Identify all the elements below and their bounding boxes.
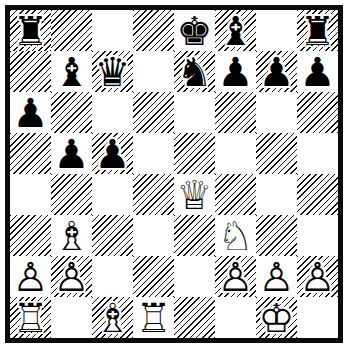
square-a3 (10, 215, 51, 256)
square-e3 (174, 215, 215, 256)
piece-glyph: ♟ (297, 51, 338, 92)
square-c6 (92, 92, 133, 133)
white-bishop-b3: ♝♗ (51, 215, 92, 256)
piece-glyph: ♙ (10, 256, 51, 297)
piece-glyph: ♞ (174, 51, 215, 92)
piece-glyph: ♟ (51, 133, 92, 174)
square-c2 (92, 256, 133, 297)
square-a1: ♜♖ (10, 297, 51, 338)
square-f8: ♝♝ (215, 10, 256, 51)
square-a6: ♟♟ (10, 92, 51, 133)
board-frame: ♜♜♚♚♝♝♜♜♝♝♛♛♞♞♟♟♟♟♟♟♟♟♟♟♟♟♛♕♝♗♞♘♟♙♟♙♟♙♟♙… (5, 5, 343, 343)
square-a7 (10, 51, 51, 92)
black-pawn-g7: ♟♟ (256, 51, 297, 92)
square-d2 (133, 256, 174, 297)
square-c5: ♟♟ (92, 133, 133, 174)
piece-glyph: ♙ (215, 256, 256, 297)
square-e5 (174, 133, 215, 174)
piece-glyph: ♛ (92, 51, 133, 92)
white-pawn-g2: ♟♙ (256, 256, 297, 297)
square-g1: ♚♔ (256, 297, 297, 338)
square-h2: ♟♙ (297, 256, 338, 297)
square-b3: ♝♗ (51, 215, 92, 256)
black-queen-c7: ♛♛ (92, 51, 133, 92)
black-bishop-f8: ♝♝ (215, 10, 256, 51)
piece-glyph: ♕ (174, 174, 215, 215)
square-c4 (92, 174, 133, 215)
square-d3 (133, 215, 174, 256)
square-b5: ♟♟ (51, 133, 92, 174)
piece-glyph: ♟ (10, 92, 51, 133)
white-pawn-b2: ♟♙ (51, 256, 92, 297)
white-bishop-c1: ♝♗ (92, 297, 133, 338)
white-rook-a1: ♜♖ (10, 297, 51, 338)
white-knight-f3: ♞♘ (215, 215, 256, 256)
black-rook-a8: ♜♜ (10, 10, 51, 51)
square-f5 (215, 133, 256, 174)
square-f6 (215, 92, 256, 133)
piece-glyph: ♟ (256, 51, 297, 92)
square-h1 (297, 297, 338, 338)
square-a8: ♜♜ (10, 10, 51, 51)
chess-board: ♜♜♚♚♝♝♜♜♝♝♛♛♞♞♟♟♟♟♟♟♟♟♟♟♟♟♛♕♝♗♞♘♟♙♟♙♟♙♟♙… (10, 10, 338, 338)
square-d4 (133, 174, 174, 215)
square-g5 (256, 133, 297, 174)
square-e2 (174, 256, 215, 297)
square-b6 (51, 92, 92, 133)
square-d6 (133, 92, 174, 133)
piece-glyph: ♖ (133, 297, 174, 338)
piece-glyph: ♘ (215, 215, 256, 256)
square-h8: ♜♜ (297, 10, 338, 51)
square-h6 (297, 92, 338, 133)
square-c1: ♝♗ (92, 297, 133, 338)
black-rook-h8: ♜♜ (297, 10, 338, 51)
black-pawn-h7: ♟♟ (297, 51, 338, 92)
square-g8 (256, 10, 297, 51)
black-pawn-f7: ♟♟ (215, 51, 256, 92)
square-a4 (10, 174, 51, 215)
square-h3 (297, 215, 338, 256)
square-a2: ♟♙ (10, 256, 51, 297)
square-h7: ♟♟ (297, 51, 338, 92)
piece-glyph: ♜ (297, 10, 338, 51)
black-knight-e7: ♞♞ (174, 51, 215, 92)
square-c7: ♛♛ (92, 51, 133, 92)
piece-glyph: ♟ (92, 133, 133, 174)
square-f3: ♞♘ (215, 215, 256, 256)
white-pawn-a2: ♟♙ (10, 256, 51, 297)
square-h5 (297, 133, 338, 174)
white-pawn-f2: ♟♙ (215, 256, 256, 297)
black-bishop-b7: ♝♝ (51, 51, 92, 92)
piece-glyph: ♝ (51, 51, 92, 92)
square-h4 (297, 174, 338, 215)
piece-glyph: ♟ (215, 51, 256, 92)
square-f7: ♟♟ (215, 51, 256, 92)
square-b8 (51, 10, 92, 51)
square-f1 (215, 297, 256, 338)
square-b7: ♝♝ (51, 51, 92, 92)
piece-glyph: ♚ (174, 10, 215, 51)
square-d8 (133, 10, 174, 51)
white-pawn-h2: ♟♙ (297, 256, 338, 297)
square-e6 (174, 92, 215, 133)
square-e1 (174, 297, 215, 338)
black-pawn-a6: ♟♟ (10, 92, 51, 133)
piece-glyph: ♙ (51, 256, 92, 297)
square-c8 (92, 10, 133, 51)
black-pawn-b5: ♟♟ (51, 133, 92, 174)
piece-glyph: ♝ (215, 10, 256, 51)
piece-glyph: ♜ (10, 10, 51, 51)
square-b2: ♟♙ (51, 256, 92, 297)
square-g3 (256, 215, 297, 256)
square-g2: ♟♙ (256, 256, 297, 297)
square-b4 (51, 174, 92, 215)
square-c3 (92, 215, 133, 256)
white-queen-e4: ♛♕ (174, 174, 215, 215)
piece-glyph: ♙ (297, 256, 338, 297)
square-e4: ♛♕ (174, 174, 215, 215)
square-e7: ♞♞ (174, 51, 215, 92)
square-d1: ♜♖ (133, 297, 174, 338)
black-king-e8: ♚♚ (174, 10, 215, 51)
piece-glyph: ♗ (51, 215, 92, 256)
square-f4 (215, 174, 256, 215)
square-e8: ♚♚ (174, 10, 215, 51)
piece-glyph: ♖ (10, 297, 51, 338)
square-d7 (133, 51, 174, 92)
chess-diagram: ♜♜♚♚♝♝♜♜♝♝♛♛♞♞♟♟♟♟♟♟♟♟♟♟♟♟♛♕♝♗♞♘♟♙♟♙♟♙♟♙… (0, 0, 350, 350)
piece-glyph: ♗ (92, 297, 133, 338)
white-rook-d1: ♜♖ (133, 297, 174, 338)
square-g7: ♟♟ (256, 51, 297, 92)
piece-glyph: ♙ (256, 256, 297, 297)
square-d5 (133, 133, 174, 174)
square-a5 (10, 133, 51, 174)
piece-glyph: ♔ (256, 297, 297, 338)
square-f2: ♟♙ (215, 256, 256, 297)
white-king-g1: ♚♔ (256, 297, 297, 338)
square-g6 (256, 92, 297, 133)
square-b1 (51, 297, 92, 338)
square-g4 (256, 174, 297, 215)
black-pawn-c5: ♟♟ (92, 133, 133, 174)
